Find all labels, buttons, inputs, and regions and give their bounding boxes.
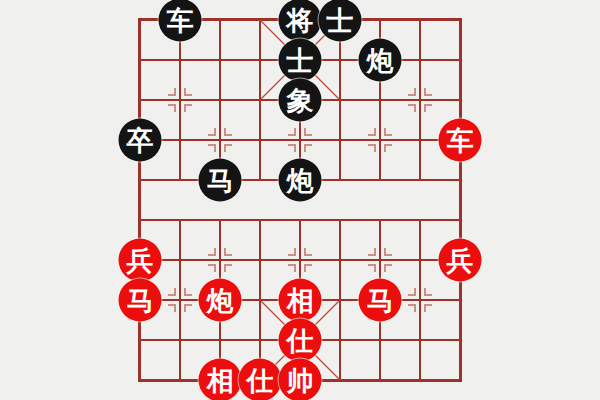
board-point-5-6[interactable] [320,240,360,280]
board-point-8-0[interactable] [440,0,480,40]
board-point-1-5[interactable] [160,200,200,240]
board-point-5-0[interactable]: 士 [320,0,360,40]
board-point-2-1[interactable] [200,40,240,80]
black-advisor[interactable]: 士 [279,39,322,82]
board-point-7-7[interactable] [400,280,440,320]
board-point-3-2[interactable] [240,80,280,120]
board-point-6-7[interactable]: 马 [360,280,400,320]
board-point-8-1[interactable] [440,40,480,80]
board-point-5-5[interactable] [320,200,360,240]
black-advisor[interactable]: 士 [319,0,362,42]
board-point-1-3[interactable] [160,120,200,160]
red-elephant[interactable]: 相 [279,279,322,322]
board-point-6-2[interactable] [360,80,400,120]
xiangqi-board: 车将士士炮象卒车马炮兵兵马炮相马仕相仕帅 [0,0,600,400]
board-point-7-5[interactable] [400,200,440,240]
board-point-0-9[interactable] [120,360,160,400]
red-elephant[interactable]: 相 [199,359,242,400]
board-point-1-8[interactable] [160,320,200,360]
red-advisor[interactable]: 仕 [279,319,322,362]
board-point-0-7[interactable]: 马 [120,280,160,320]
board-point-1-0[interactable]: 车 [160,0,200,40]
board-point-8-9[interactable] [440,360,480,400]
red-horse[interactable]: 马 [359,279,402,322]
board-point-1-4[interactable] [160,160,200,200]
board-grid: 车将士士炮象卒车马炮兵兵马炮相马仕相仕帅 [120,0,480,400]
board-point-7-1[interactable] [400,40,440,80]
board-point-3-4[interactable] [240,160,280,200]
board-point-6-6[interactable] [360,240,400,280]
board-point-0-4[interactable] [120,160,160,200]
board-point-1-6[interactable] [160,240,200,280]
board-point-4-0[interactable]: 将 [280,0,320,40]
board-point-2-6[interactable] [200,240,240,280]
board-point-4-1[interactable]: 士 [280,40,320,80]
red-horse[interactable]: 马 [119,279,162,322]
board-point-5-8[interactable] [320,320,360,360]
red-advisor[interactable]: 仕 [239,359,282,400]
board-point-7-8[interactable] [400,320,440,360]
red-chariot[interactable]: 车 [439,119,482,162]
board-point-4-9[interactable]: 帅 [280,360,320,400]
board-point-0-8[interactable] [120,320,160,360]
board-point-6-4[interactable] [360,160,400,200]
board-point-2-7[interactable]: 炮 [200,280,240,320]
red-soldier[interactable]: 兵 [439,239,482,282]
board-point-8-5[interactable] [440,200,480,240]
board-point-8-6[interactable]: 兵 [440,240,480,280]
board-point-4-3[interactable] [280,120,320,160]
black-general[interactable]: 将 [279,0,322,42]
board-point-7-6[interactable] [400,240,440,280]
board-point-7-9[interactable] [400,360,440,400]
board-point-2-8[interactable] [200,320,240,360]
board-point-6-3[interactable] [360,120,400,160]
board-point-6-5[interactable] [360,200,400,240]
black-chariot[interactable]: 车 [159,0,202,42]
board-point-7-4[interactable] [400,160,440,200]
red-general[interactable]: 帅 [279,359,322,400]
board-point-0-1[interactable] [120,40,160,80]
board-point-4-7[interactable]: 相 [280,280,320,320]
board-point-3-3[interactable] [240,120,280,160]
board-point-2-3[interactable] [200,120,240,160]
board-point-5-7[interactable] [320,280,360,320]
board-point-8-4[interactable] [440,160,480,200]
board-point-8-7[interactable] [440,280,480,320]
board-point-6-0[interactable] [360,0,400,40]
board-point-4-4[interactable]: 炮 [280,160,320,200]
board-point-5-1[interactable] [320,40,360,80]
board-point-3-1[interactable] [240,40,280,80]
board-point-2-2[interactable] [200,80,240,120]
board-point-5-2[interactable] [320,80,360,120]
board-point-0-0[interactable] [120,0,160,40]
board-point-7-2[interactable] [400,80,440,120]
black-cannon[interactable]: 炮 [359,39,402,82]
board-point-2-4[interactable]: 马 [200,160,240,200]
board-point-8-2[interactable] [440,80,480,120]
board-point-0-6[interactable]: 兵 [120,240,160,280]
black-elephant[interactable]: 象 [279,79,322,122]
board-point-2-9[interactable]: 相 [200,360,240,400]
board-point-8-8[interactable] [440,320,480,360]
board-point-3-6[interactable] [240,240,280,280]
black-horse[interactable]: 马 [199,159,242,202]
board-point-5-4[interactable] [320,160,360,200]
board-point-7-3[interactable] [400,120,440,160]
board-point-6-9[interactable] [360,360,400,400]
board-point-6-8[interactable] [360,320,400,360]
board-point-4-6[interactable] [280,240,320,280]
board-point-5-3[interactable] [320,120,360,160]
board-point-3-5[interactable] [240,200,280,240]
board-point-7-0[interactable] [400,0,440,40]
board-point-5-9[interactable] [320,360,360,400]
board-point-0-5[interactable] [120,200,160,240]
board-point-2-5[interactable] [200,200,240,240]
red-cannon[interactable]: 炮 [199,279,242,322]
board-point-3-0[interactable] [240,0,280,40]
board-point-1-1[interactable] [160,40,200,80]
board-point-2-0[interactable] [200,0,240,40]
board-point-4-5[interactable] [280,200,320,240]
board-point-3-7[interactable] [240,280,280,320]
board-point-4-8[interactable]: 仕 [280,320,320,360]
board-point-4-2[interactable]: 象 [280,80,320,120]
board-point-8-3[interactable]: 车 [440,120,480,160]
board-point-1-7[interactable] [160,280,200,320]
board-point-1-9[interactable] [160,360,200,400]
board-point-3-8[interactable] [240,320,280,360]
board-point-0-3[interactable]: 卒 [120,120,160,160]
board-point-3-9[interactable]: 仕 [240,360,280,400]
black-soldier[interactable]: 卒 [119,119,162,162]
red-soldier[interactable]: 兵 [119,239,162,282]
black-cannon[interactable]: 炮 [279,159,322,202]
board-point-0-2[interactable] [120,80,160,120]
board-point-6-1[interactable]: 炮 [360,40,400,80]
board-point-1-2[interactable] [160,80,200,120]
